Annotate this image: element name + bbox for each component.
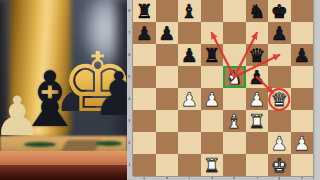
- square-g5[interactable]: [268, 66, 291, 88]
- chess-board-panel: 87654321 ♜♝♞♚♟♟♟♟♜♛♟♞♟♟♟♟♛♝♜♟♟♜♚ abcdefg…: [127, 0, 320, 180]
- square-c3[interactable]: [178, 110, 201, 132]
- square-b4[interactable]: [156, 88, 179, 110]
- square-g7[interactable]: ♟: [268, 22, 291, 44]
- square-b7[interactable]: ♟: [156, 22, 179, 44]
- square-g4[interactable]: ♛: [268, 88, 291, 110]
- square-h3[interactable]: [291, 110, 314, 132]
- piece-white-pawn[interactable]: ♟: [293, 132, 310, 154]
- square-h7[interactable]: [291, 22, 314, 44]
- square-h4[interactable]: [291, 88, 314, 110]
- piece-black-pawn[interactable]: ♟: [158, 22, 175, 44]
- square-d7[interactable]: [201, 22, 224, 44]
- piece-black-pawn[interactable]: ♟: [136, 22, 153, 44]
- photo-felt-base: [96, 141, 122, 146]
- square-f7[interactable]: [246, 22, 269, 44]
- square-g8[interactable]: ♚: [268, 0, 291, 22]
- square-c6[interactable]: ♟: [178, 44, 201, 66]
- square-h5[interactable]: [291, 66, 314, 88]
- square-b5[interactable]: [156, 66, 179, 88]
- piece-black-king[interactable]: ♚: [271, 0, 288, 22]
- square-a7[interactable]: ♟: [133, 22, 156, 44]
- file-label-g: g: [274, 177, 284, 178]
- square-e4[interactable]: [223, 88, 246, 110]
- square-f5[interactable]: ♟: [246, 66, 269, 88]
- piece-black-pawn[interactable]: ♟: [271, 22, 288, 44]
- black-pawn-icon: [92, 64, 127, 124]
- square-g1[interactable]: ♚: [268, 154, 291, 176]
- chess-thumbnail: 87654321 ♜♝♞♚♟♟♟♟♜♛♟♞♟♟♟♟♛♝♜♟♟♜♚ abcdefg…: [0, 0, 320, 180]
- piece-white-queen[interactable]: ♛: [271, 88, 288, 110]
- square-e2[interactable]: [223, 132, 246, 154]
- square-c8[interactable]: ♝: [178, 0, 201, 22]
- square-e3[interactable]: ♝: [223, 110, 246, 132]
- square-d1[interactable]: ♜: [201, 154, 224, 176]
- photo-board-base-shadow: [0, 165, 127, 180]
- square-f1[interactable]: [246, 154, 269, 176]
- piece-black-knight[interactable]: ♞: [248, 0, 265, 22]
- square-f8[interactable]: ♞: [246, 0, 269, 22]
- square-a4[interactable]: [133, 88, 156, 110]
- square-c7[interactable]: [178, 22, 201, 44]
- square-b2[interactable]: [156, 132, 179, 154]
- square-a2[interactable]: [133, 132, 156, 154]
- rank-label-7: 7: [128, 28, 130, 38]
- square-e7[interactable]: [223, 22, 246, 44]
- square-f4[interactable]: ♟: [246, 88, 269, 110]
- board-area: ♜♝♞♚♟♟♟♟♜♛♟♞♟♟♟♟♛♝♜♟♟♜♚ abcdefgh: [133, 0, 313, 180]
- panel-right-border: [313, 0, 320, 180]
- chess-board[interactable]: ♜♝♞♚♟♟♟♟♜♛♟♞♟♟♟♟♛♝♜♟♟♜♚: [133, 0, 313, 176]
- square-b3[interactable]: [156, 110, 179, 132]
- square-c4[interactable]: ♟: [178, 88, 201, 110]
- square-b6[interactable]: [156, 44, 179, 66]
- square-e6[interactable]: [223, 44, 246, 66]
- rank-label-2: 2: [128, 138, 130, 148]
- piece-white-pawn[interactable]: ♟: [181, 88, 198, 110]
- file-label-h: h: [297, 177, 307, 178]
- square-e1[interactable]: [223, 154, 246, 176]
- square-f6[interactable]: ♛: [246, 44, 269, 66]
- square-d4[interactable]: ♟: [201, 88, 224, 110]
- square-d2[interactable]: [201, 132, 224, 154]
- square-a6[interactable]: [133, 44, 156, 66]
- piece-white-knight[interactable]: ♞: [226, 66, 243, 88]
- piece-black-pawn[interactable]: ♟: [293, 44, 310, 66]
- piece-black-queen[interactable]: ♛: [248, 44, 265, 66]
- piece-white-rook[interactable]: ♜: [203, 154, 220, 176]
- square-g6[interactable]: [268, 44, 291, 66]
- file-label-c: c: [184, 177, 194, 178]
- file-label-b: b: [162, 177, 172, 178]
- piece-white-pawn[interactable]: ♟: [248, 88, 265, 110]
- square-h2[interactable]: ♟: [291, 132, 314, 154]
- square-h6[interactable]: ♟: [291, 44, 314, 66]
- square-d6[interactable]: ♜: [201, 44, 224, 66]
- file-label-d: d: [207, 177, 217, 178]
- square-e8[interactable]: [223, 0, 246, 22]
- square-a1[interactable]: [133, 154, 156, 176]
- piece-black-rook[interactable]: ♜: [136, 0, 153, 22]
- piece-black-rook[interactable]: ♜: [203, 44, 220, 66]
- piece-black-pawn[interactable]: ♟: [248, 66, 265, 88]
- piece-white-rook[interactable]: ♜: [248, 110, 265, 132]
- square-c2[interactable]: [178, 132, 201, 154]
- rank-label-1: 1: [128, 160, 130, 170]
- square-b1[interactable]: [156, 154, 179, 176]
- square-d5[interactable]: [201, 66, 224, 88]
- rank-label-5: 5: [128, 72, 130, 82]
- square-c1[interactable]: [178, 154, 201, 176]
- black-bishop-icon: [16, 62, 84, 138]
- piece-white-pawn[interactable]: ♟: [271, 132, 288, 154]
- square-f2[interactable]: [246, 132, 269, 154]
- square-d8[interactable]: [201, 0, 224, 22]
- square-a8[interactable]: ♜: [133, 0, 156, 22]
- rank-label-8: 8: [128, 6, 130, 16]
- piece-white-king[interactable]: ♚: [271, 154, 288, 176]
- square-d3[interactable]: [201, 110, 224, 132]
- piece-white-pawn[interactable]: ♟: [203, 88, 220, 110]
- square-f3[interactable]: ♜: [246, 110, 269, 132]
- piece-black-pawn[interactable]: ♟: [181, 44, 198, 66]
- piece-white-bishop[interactable]: ♝: [226, 110, 243, 132]
- square-g2[interactable]: ♟: [268, 132, 291, 154]
- rank-label-3: 3: [128, 116, 130, 126]
- photo-scene: [0, 0, 127, 180]
- square-c5[interactable]: [178, 66, 201, 88]
- rank-label-4: 4: [128, 94, 130, 104]
- square-g3[interactable]: [268, 110, 291, 132]
- file-coordinates: abcdefgh: [133, 176, 313, 180]
- square-h8[interactable]: [291, 0, 314, 22]
- piece-black-bishop[interactable]: ♝: [181, 0, 198, 22]
- square-a3[interactable]: [133, 110, 156, 132]
- square-e5[interactable]: ♞: [223, 66, 246, 88]
- file-label-e: e: [229, 177, 239, 178]
- rank-label-6: 6: [128, 50, 130, 60]
- file-label-a: a: [139, 177, 149, 178]
- square-a5[interactable]: [133, 66, 156, 88]
- square-b8[interactable]: [156, 0, 179, 22]
- square-h1[interactable]: [291, 154, 314, 176]
- file-label-f: f: [252, 177, 262, 178]
